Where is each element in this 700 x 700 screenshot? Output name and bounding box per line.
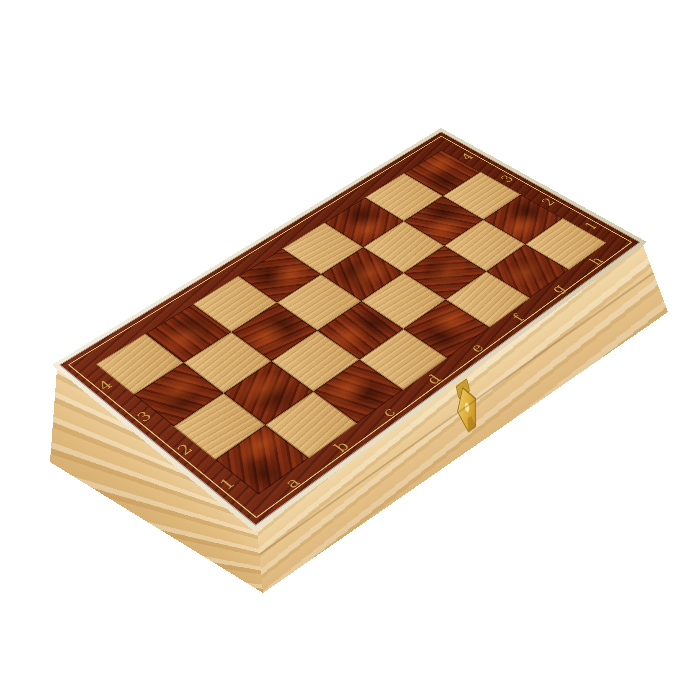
scene: abcdefgh43214321 [0,0,700,700]
